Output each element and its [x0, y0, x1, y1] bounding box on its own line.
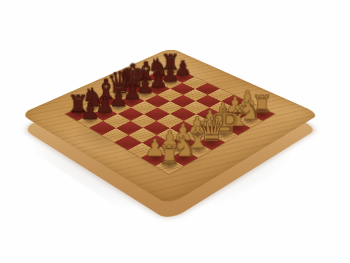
chess-board: ♜♟♟♜♞♟♟♞♝♟♟♝♚♟♟♚♛♟♟♛♝♟♟♝♞♟♟♞♜♟♟♜ [20, 47, 320, 204]
board-square [118, 107, 144, 120]
board-square: ♜ [155, 157, 184, 173]
board-squares-grid: ♜♟♟♜♞♟♟♞♝♟♟♝♚♟♟♚♛♟♟♛♝♟♟♝♞♟♟♞♜♟♟♜ [65, 65, 274, 173]
board-square [157, 100, 183, 113]
piece-white-rook: ♜ [158, 141, 182, 168]
product-photo-scene: ♜♟♟♜♞♟♟♞♝♟♟♝♚♟♟♚♛♟♟♛♝♟♟♝♞♟♟♞♜♟♟♜ [0, 0, 350, 263]
board-frame: ♜♟♟♜♞♟♟♞♝♟♟♝♚♟♟♚♛♟♟♛♝♟♟♝♞♟♟♞♜♟♟♜ [20, 47, 320, 204]
piece-black-pawn: ♟ [80, 100, 100, 122]
board-square [170, 94, 195, 107]
